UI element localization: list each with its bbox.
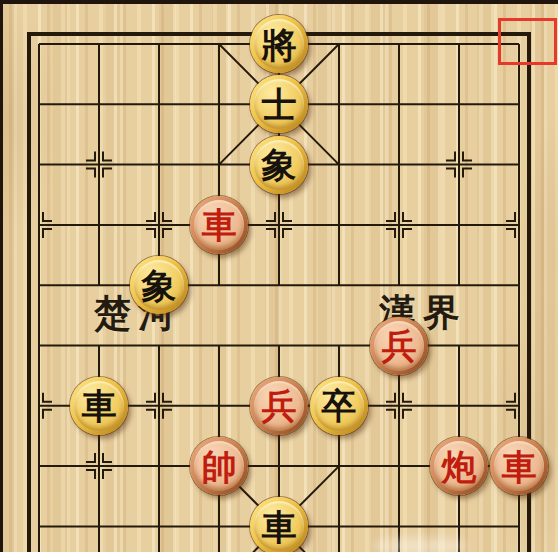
- xiangqi-app: 楚河 漢界 將士象車象兵車兵卒帥炮車車: [0, 0, 558, 552]
- window-edge-left: [0, 0, 3, 552]
- piece-black-soldier[interactable]: 卒: [310, 377, 368, 435]
- piece-red-general[interactable]: 帥: [190, 437, 248, 495]
- piece-red-soldier[interactable]: 兵: [250, 377, 308, 435]
- piece-black-general[interactable]: 將: [250, 15, 308, 73]
- piece-glyph: 帥: [202, 449, 237, 484]
- piece-glyph: 將: [262, 27, 297, 62]
- piece-black-chariot[interactable]: 車: [250, 497, 308, 552]
- piece-glyph: 卒: [322, 388, 357, 423]
- piece-red-chariot[interactable]: 車: [490, 437, 548, 495]
- piece-red-soldier[interactable]: 兵: [370, 317, 428, 375]
- piece-black-chariot[interactable]: 車: [70, 377, 128, 435]
- piece-red-cannon[interactable]: 炮: [430, 437, 488, 495]
- window-edge-top: [0, 0, 558, 4]
- piece-glyph: 士: [262, 87, 297, 122]
- piece-red-chariot[interactable]: 車: [190, 196, 248, 254]
- piece-black-elephant[interactable]: 象: [130, 256, 188, 314]
- piece-glyph: 車: [82, 388, 117, 423]
- piece-glyph: 車: [262, 509, 297, 544]
- piece-glyph: 車: [202, 207, 237, 242]
- piece-black-advisor[interactable]: 士: [250, 75, 308, 133]
- piece-glyph: 兵: [262, 388, 297, 423]
- piece-glyph: 兵: [382, 328, 417, 363]
- piece-glyph: 象: [142, 268, 177, 303]
- piece-black-elephant[interactable]: 象: [250, 136, 308, 194]
- piece-glyph: 車: [502, 449, 537, 484]
- piece-glyph: 炮: [442, 449, 477, 484]
- piece-glyph: 象: [262, 147, 297, 182]
